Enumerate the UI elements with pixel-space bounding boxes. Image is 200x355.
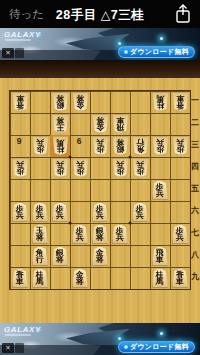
rank-label-1: 一	[190, 90, 200, 112]
shogi-piece-9-1[interactable]: 香車	[12, 92, 29, 112]
shogi-piece-8-7[interactable]: 玉将	[32, 224, 49, 244]
shogi-piece-6-1[interactable]: 金将	[72, 92, 89, 112]
ad-glow-dot	[118, 42, 121, 45]
shogi-piece-3-6[interactable]: 歩兵	[132, 202, 149, 222]
shogi-piece-1-7[interactable]: 歩兵	[172, 224, 189, 244]
shogi-piece-1-9[interactable]: 香車	[172, 268, 189, 288]
download-dot-icon	[124, 345, 128, 349]
shogi-piece-1-1[interactable]: 香車	[172, 92, 189, 112]
ad-download-button[interactable]: ダウンロード無料	[118, 46, 195, 58]
ad-close-button[interactable]: ✕	[2, 48, 14, 58]
ad-close-button[interactable]: ✕	[2, 343, 14, 353]
shogi-piece-2-1[interactable]: 桂馬	[152, 92, 169, 112]
top-bar: 待った 28手目 △7三桂	[0, 0, 200, 28]
share-button[interactable]	[174, 4, 192, 24]
rank-label-8: 八	[190, 244, 200, 266]
hoshi-dot	[129, 156, 132, 159]
download-dot-icon	[124, 50, 128, 54]
shogi-piece-4-2[interactable]: 飛車	[112, 114, 129, 134]
ad-banner-top[interactable]: GALAXY ✛ ダウンロード無料 ✕	[0, 28, 200, 60]
shogi-piece-7-6[interactable]: 歩兵	[52, 202, 69, 222]
shogi-app-screen: 待った 28手目 △7三桂 GALAXY ✛ ダウンロード無料 ✕	[0, 0, 200, 355]
ad-glow-dot	[118, 337, 121, 340]
close-icon: ✕	[5, 49, 10, 56]
shogi-piece-4-7[interactable]: 歩兵	[112, 224, 129, 244]
shogi-piece-5-8[interactable]: 金将	[92, 246, 109, 266]
ad-glow-dot	[160, 332, 163, 335]
sparkle-icon: ✛	[36, 326, 41, 333]
shogi-piece-5-6[interactable]: 歩兵	[92, 202, 109, 222]
shogi-piece-7-4[interactable]: 歩兵	[52, 158, 69, 178]
shogi-piece-7-8[interactable]: 銀将	[52, 246, 69, 266]
shogi-piece-9-9[interactable]: 香車	[12, 268, 29, 288]
hoshi-dot	[69, 156, 72, 159]
rank-label-7: 七	[190, 222, 200, 244]
shogi-piece-8-3[interactable]: 歩兵	[32, 136, 49, 156]
shogi-piece-1-3[interactable]: 歩兵	[172, 136, 189, 156]
shogi-piece-3-3[interactable]: 角行	[132, 136, 149, 156]
shogi-piece-2-9[interactable]: 桂馬	[152, 268, 169, 288]
shogi-piece-6-9[interactable]: 金将	[72, 268, 89, 288]
shogi-piece-9-4[interactable]: 歩兵	[12, 158, 29, 178]
hoshi-dot	[69, 222, 72, 225]
rank-label-9: 九	[190, 266, 200, 288]
shogi-piece-5-3[interactable]: 歩兵	[92, 136, 109, 156]
shogi-piece-8-6[interactable]: 歩兵	[32, 202, 49, 222]
shogi-piece-2-5[interactable]: 歩兵	[152, 180, 169, 200]
shogi-piece-5-7[interactable]: 銀将	[92, 224, 109, 244]
rank-label-6: 六	[190, 200, 200, 222]
share-icon	[174, 4, 192, 24]
shogi-piece-8-9[interactable]: 桂馬	[32, 268, 49, 288]
move-title: 28手目 △7三桂	[0, 7, 200, 24]
shogi-piece-6-7[interactable]: 歩兵	[72, 224, 89, 244]
shogi-piece-3-4[interactable]: 歩兵	[132, 158, 149, 178]
shogi-piece-8-8[interactable]: 角行	[32, 246, 49, 266]
shogi-piece-7-2[interactable]: 王将	[52, 114, 69, 134]
rank-label-2: 二	[190, 112, 200, 134]
ad-download-button[interactable]: ダウンロード無料	[118, 341, 195, 353]
ad-glow-dot	[160, 37, 163, 40]
shogi-piece-7-1[interactable]: 銀将	[52, 92, 69, 112]
rank-label-3: 三	[190, 134, 200, 156]
shogi-piece-4-4[interactable]: 歩兵	[112, 158, 129, 178]
shogi-piece-5-2[interactable]: 金将	[92, 114, 109, 134]
rank-label-5: 五	[190, 178, 200, 200]
ad-banner-bottom[interactable]: GALAXY ✛ ダウンロード無料 ✕	[0, 323, 200, 355]
shogi-piece-2-3[interactable]: 歩兵	[152, 136, 169, 156]
shogi-piece-9-6[interactable]: 歩兵	[12, 202, 29, 222]
sparkle-icon: ✛	[36, 31, 41, 38]
close-icon: ✕	[5, 344, 10, 351]
board-area: 987654321 一二三四五六七八九 香車銀将金将桂馬香車王将金将飛車歩兵桂馬…	[0, 60, 200, 323]
rank-label-4: 四	[190, 156, 200, 178]
shogi-board-grid[interactable]: 香車銀将金将桂馬香車王将金将飛車歩兵桂馬歩兵銀将角行歩兵歩兵歩兵歩兵歩兵歩兵歩兵…	[9, 90, 191, 290]
board-frame-band	[0, 60, 200, 78]
shogi-piece-4-3[interactable]: 銀将	[112, 136, 129, 156]
shogi-piece-2-8[interactable]: 飛車	[152, 246, 169, 266]
shogi-piece-6-4[interactable]: 歩兵	[72, 158, 89, 178]
hoshi-dot	[129, 222, 132, 225]
